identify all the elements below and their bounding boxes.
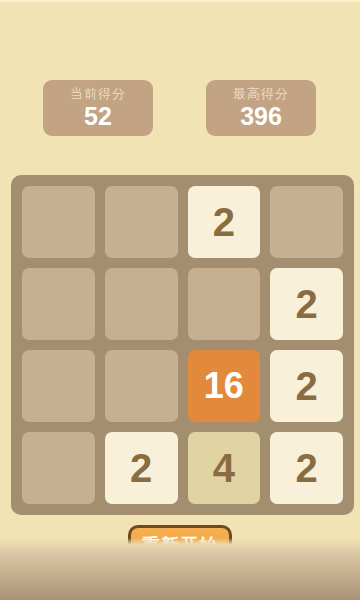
tile-2: 2 bbox=[188, 186, 261, 258]
best-score-value: 396 bbox=[240, 103, 282, 129]
board-grid[interactable]: 22162242 bbox=[11, 175, 354, 515]
tile-2: 2 bbox=[270, 268, 343, 340]
sand-footer-decoration bbox=[0, 538, 360, 600]
tile-2: 2 bbox=[105, 432, 178, 504]
best-score-box: 最高得分 396 bbox=[206, 80, 316, 136]
current-score-value: 52 bbox=[84, 103, 112, 129]
tile-2: 2 bbox=[270, 350, 343, 422]
board-cell-empty bbox=[270, 186, 343, 258]
board-cell-empty bbox=[188, 268, 261, 340]
current-score-box: 当前得分 52 bbox=[43, 80, 153, 136]
best-score-label: 最高得分 bbox=[233, 87, 289, 101]
board-cell-empty bbox=[22, 350, 95, 422]
board-cell-empty bbox=[22, 186, 95, 258]
board-cell-empty bbox=[105, 350, 178, 422]
board-cell-empty bbox=[22, 432, 95, 504]
current-score-label: 当前得分 bbox=[70, 87, 126, 101]
board-cell-empty bbox=[105, 268, 178, 340]
board-cell-empty bbox=[22, 268, 95, 340]
game-screen: 当前得分 52 最高得分 396 22162242 重新开始 bbox=[0, 0, 360, 600]
tile-4: 4 bbox=[188, 432, 261, 504]
tile-2: 2 bbox=[270, 432, 343, 504]
tile-16: 16 bbox=[188, 350, 261, 422]
board-cell-empty bbox=[105, 186, 178, 258]
top-edge-highlight bbox=[0, 0, 360, 2]
